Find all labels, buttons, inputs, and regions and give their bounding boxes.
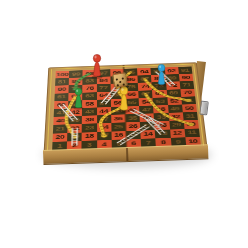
pawn-green[interactable]: [73, 88, 84, 114]
latch-clasp-icon: [199, 101, 209, 116]
hinge-notch: [125, 148, 127, 161]
pawn-blue[interactable]: [156, 64, 167, 91]
ladder: [117, 125, 151, 145]
pawn-red[interactable]: [91, 54, 103, 83]
pawn-yellow[interactable]: [118, 86, 130, 117]
board-tilt-wrapper: 1009998979695949392918182838485868788899…: [0, 0, 248, 248]
die[interactable]: [112, 72, 128, 88]
photo-stage: 1009998979695949392918182838485868788899…: [0, 0, 248, 248]
